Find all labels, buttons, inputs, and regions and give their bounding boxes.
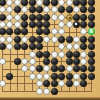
white-stone <box>51 28 58 35</box>
intersection-r12c6[interactable] <box>43 87 50 94</box>
intersection-r6c3[interactable] <box>21 43 28 50</box>
green-move-badge: 8 <box>88 28 95 35</box>
intersection-r12c5[interactable] <box>36 87 43 94</box>
intersection-r11c1[interactable] <box>6 80 13 87</box>
black-stone <box>36 6 43 13</box>
white-stone <box>73 80 80 87</box>
intersection-r12c12[interactable] <box>88 87 95 94</box>
intersection-r7c12[interactable] <box>88 50 95 57</box>
intersection-r4c9[interactable] <box>65 28 72 35</box>
intersection-r8c2[interactable] <box>14 58 21 65</box>
black-stone <box>66 6 73 13</box>
black-stone <box>0 28 6 35</box>
white-stone <box>14 14 21 21</box>
intersection-r12c9[interactable] <box>65 87 72 94</box>
white-stone <box>43 88 50 95</box>
intersection-r8c1[interactable] <box>6 58 13 65</box>
intersection-r10c2[interactable] <box>14 73 21 80</box>
white-stone <box>21 36 28 43</box>
black-stone <box>51 80 58 87</box>
intersection-r2c4[interactable] <box>28 13 35 20</box>
intersection-r2c3[interactable] <box>21 13 28 20</box>
black-stone <box>66 58 73 65</box>
black-stone <box>88 43 95 50</box>
intersection-r3c9[interactable] <box>65 21 72 28</box>
intersection-r3c2[interactable] <box>14 21 21 28</box>
go-board: 8 <box>0 0 100 100</box>
intersection-r11c8[interactable] <box>58 80 65 87</box>
intersection-r7c7[interactable] <box>51 50 58 57</box>
black-stone <box>36 43 43 50</box>
white-stone <box>66 43 73 50</box>
white-stone <box>43 36 50 43</box>
intersection-r9c2[interactable] <box>14 65 21 72</box>
white-stone <box>0 80 6 87</box>
black-stone <box>88 36 95 43</box>
intersection-r12c10[interactable] <box>73 87 80 94</box>
black-stone <box>51 73 58 80</box>
intersection-r1c5[interactable] <box>36 6 43 13</box>
intersection-r5c9[interactable] <box>65 36 72 43</box>
white-stone <box>80 28 87 35</box>
intersection-r0c4[interactable] <box>28 0 35 6</box>
white-stone <box>14 0 21 6</box>
white-stone <box>80 58 87 65</box>
black-stone <box>43 14 50 21</box>
intersection-r12c3[interactable] <box>21 87 28 94</box>
black-stone <box>58 36 65 43</box>
black-stone <box>36 28 43 35</box>
intersection-r8c9[interactable] <box>65 58 72 65</box>
intersection-r6c6[interactable] <box>43 43 50 50</box>
black-stone <box>43 21 50 28</box>
black-stone <box>66 51 73 58</box>
black-stone <box>73 58 80 65</box>
white-stone <box>73 36 80 43</box>
white-stone <box>29 65 36 72</box>
black-stone <box>21 43 28 50</box>
intersection-r5c1[interactable] <box>6 36 13 43</box>
intersection-r5c12[interactable] <box>88 36 95 43</box>
black-stone <box>80 0 87 6</box>
white-stone <box>36 80 43 87</box>
intersection-r12c1[interactable] <box>6 87 13 94</box>
intersection-r2c11[interactable] <box>80 13 87 20</box>
white-stone <box>43 73 50 80</box>
black-stone <box>73 51 80 58</box>
intersection-r11c2[interactable] <box>14 80 21 87</box>
intersection-r9c4[interactable] <box>28 65 35 72</box>
white-stone <box>6 21 13 28</box>
white-stone <box>58 43 65 50</box>
intersection-r1c3[interactable] <box>21 6 28 13</box>
white-stone <box>51 14 58 21</box>
black-stone <box>29 43 36 50</box>
intersection-r3c12[interactable] <box>88 21 95 28</box>
black-stone <box>36 36 43 43</box>
intersection-r10c7[interactable] <box>51 73 58 80</box>
black-stone <box>88 0 95 6</box>
intersection-r5c6[interactable] <box>43 36 50 43</box>
intersection-r3c11[interactable] <box>80 21 87 28</box>
intersection-r1c6[interactable] <box>43 6 50 13</box>
white-stone <box>0 6 6 13</box>
black-stone <box>14 36 21 43</box>
intersection-r10c8[interactable] <box>58 73 65 80</box>
intersection-r9c12[interactable] <box>88 65 95 72</box>
intersection-r2c1[interactable] <box>6 13 13 20</box>
intersection-r1c9[interactable] <box>65 6 72 13</box>
intersection-r5c2[interactable] <box>14 36 21 43</box>
intersection-r6c4[interactable] <box>28 43 35 50</box>
intersection-r2c10[interactable] <box>73 13 80 20</box>
intersection-r7c9[interactable] <box>65 50 72 57</box>
white-stone <box>58 80 65 87</box>
black-stone <box>58 6 65 13</box>
intersection-r6c2[interactable] <box>14 43 21 50</box>
black-stone <box>14 43 21 50</box>
black-stone <box>0 0 6 6</box>
black-stone <box>80 65 87 72</box>
intersection-r10c6[interactable] <box>43 73 50 80</box>
black-stone <box>80 14 87 21</box>
black-stone <box>88 21 95 28</box>
intersection-r2c5[interactable] <box>36 13 43 20</box>
black-stone <box>21 14 28 21</box>
intersection-r0c9[interactable] <box>65 0 72 6</box>
intersection-r10c10[interactable] <box>73 73 80 80</box>
white-stone <box>6 36 13 43</box>
intersection-r10c3[interactable] <box>21 73 28 80</box>
intersection-r1c10[interactable] <box>73 6 80 13</box>
black-stone <box>0 43 6 50</box>
black-stone <box>0 14 6 21</box>
intersection-r5c10[interactable] <box>73 36 80 43</box>
black-stone <box>36 51 43 58</box>
intersection-r1c2[interactable] <box>14 6 21 13</box>
black-stone <box>51 58 58 65</box>
white-stone <box>66 0 73 6</box>
intersection-r7c4[interactable] <box>28 50 35 57</box>
black-stone <box>58 73 65 80</box>
intersection-r11c6[interactable] <box>43 80 50 87</box>
white-stone <box>29 73 36 80</box>
intersection-r5c11[interactable] <box>80 36 87 43</box>
black-stone <box>51 65 58 72</box>
intersection-r4c2[interactable] <box>14 28 21 35</box>
intersection-r4c4[interactable] <box>28 28 35 35</box>
black-stone <box>21 0 28 6</box>
white-stone <box>21 58 28 65</box>
intersection-r10c5[interactable] <box>36 73 43 80</box>
intersection-r4c6[interactable] <box>43 28 50 35</box>
white-stone <box>29 58 36 65</box>
white-stone <box>29 51 36 58</box>
black-stone <box>80 43 87 50</box>
intersection-r1c1[interactable] <box>6 6 13 13</box>
black-stone <box>66 73 73 80</box>
black-stone <box>14 58 21 65</box>
intersection-r10c4[interactable] <box>28 73 35 80</box>
intersection-r6c8[interactable] <box>58 43 65 50</box>
intersection-r2c12[interactable] <box>88 13 95 20</box>
intersection-r7c3[interactable] <box>21 50 28 57</box>
intersection-r4c5[interactable] <box>36 28 43 35</box>
intersection-r6c12[interactable] <box>88 43 95 50</box>
intersection-r9c7[interactable] <box>51 65 58 72</box>
black-stone <box>14 6 21 13</box>
black-stone <box>66 80 73 87</box>
black-stone <box>88 65 95 72</box>
black-stone <box>88 58 95 65</box>
intersection-r1c11[interactable] <box>80 6 87 13</box>
intersection-r2c7[interactable] <box>51 13 58 20</box>
white-stone <box>6 14 13 21</box>
intersection-r8c6[interactable] <box>43 58 50 65</box>
intersection-r1c8[interactable] <box>58 6 65 13</box>
intersection-r4c1[interactable] <box>6 28 13 35</box>
black-stone <box>80 6 87 13</box>
intersection-r1c4[interactable] <box>28 6 35 13</box>
hoshi-point <box>46 46 48 48</box>
intersection-r12c8[interactable] <box>58 87 65 94</box>
white-stone <box>36 0 43 6</box>
intersection-r11c11[interactable] <box>80 80 87 87</box>
white-stone <box>51 36 58 43</box>
black-stone <box>36 21 43 28</box>
intersection-r9c10[interactable] <box>73 65 80 72</box>
intersection-r7c2[interactable] <box>14 50 21 57</box>
white-stone <box>6 6 13 13</box>
intersection-r6c1[interactable] <box>6 43 13 50</box>
board-edge-shadow <box>0 97 100 100</box>
intersection-r8c7[interactable] <box>51 58 58 65</box>
white-stone <box>14 21 21 28</box>
intersection-r7c1[interactable] <box>6 50 13 57</box>
intersection-r8c11[interactable] <box>80 58 87 65</box>
black-stone <box>43 80 50 87</box>
intersection-r4c10[interactable] <box>73 28 80 35</box>
black-stone <box>80 21 87 28</box>
white-stone <box>51 51 58 58</box>
black-stone <box>80 80 87 87</box>
black-stone <box>21 21 28 28</box>
white-stone <box>58 21 65 28</box>
intersection-r7c5[interactable] <box>36 50 43 57</box>
black-stone <box>14 28 21 35</box>
intersection-r3c3[interactable] <box>21 21 28 28</box>
black-stone <box>66 36 73 43</box>
last-move-square-marker <box>75 23 77 25</box>
white-stone <box>58 0 65 6</box>
intersection-r3c1[interactable] <box>6 21 13 28</box>
black-stone <box>43 0 50 6</box>
white-stone <box>6 0 13 6</box>
intersection-r9c9[interactable] <box>65 65 72 72</box>
intersection-r10c11[interactable] <box>80 73 87 80</box>
intersection-r12c11[interactable] <box>80 87 87 94</box>
intersection-r3c6[interactable] <box>43 21 50 28</box>
intersection-r11c4[interactable] <box>28 80 35 87</box>
white-stone <box>66 21 73 28</box>
intersection-r3c10[interactable] <box>73 21 80 28</box>
intersection-r8c12[interactable] <box>88 58 95 65</box>
white-stone <box>21 65 28 72</box>
intersection-r1c7[interactable] <box>51 6 58 13</box>
black-stone <box>73 65 80 72</box>
intersection-r5c4[interactable] <box>28 36 35 43</box>
intersection-r9c6[interactable] <box>43 65 50 72</box>
white-stone <box>0 21 6 28</box>
intersection-r9c8[interactable] <box>58 65 65 72</box>
white-stone <box>73 6 80 13</box>
intersection-r4c3[interactable] <box>21 28 28 35</box>
black-stone <box>88 14 95 21</box>
black-stone <box>29 6 36 13</box>
intersection-r4c12[interactable]: 8 <box>88 28 95 35</box>
intersection-r7c8[interactable] <box>58 50 65 57</box>
white-stone <box>21 6 28 13</box>
intersection-r2c2[interactable] <box>14 13 21 20</box>
intersection-r7c10[interactable] <box>73 50 80 57</box>
intersection-r11c3[interactable] <box>21 80 28 87</box>
intersection-r4c8[interactable] <box>58 28 65 35</box>
white-stone <box>36 88 43 95</box>
intersection-r6c5[interactable] <box>36 43 43 50</box>
black-stone <box>29 36 36 43</box>
black-stone <box>73 14 80 21</box>
intersection-r8c4[interactable] <box>28 58 35 65</box>
black-stone <box>36 65 43 72</box>
intersection-r3c4[interactable] <box>28 21 35 28</box>
black-stone <box>6 73 13 80</box>
black-stone <box>80 73 87 80</box>
white-stone <box>58 28 65 35</box>
intersection-r10c9[interactable] <box>65 73 72 80</box>
intersection-r6c9[interactable] <box>65 43 72 50</box>
intersection-r1c12[interactable] <box>88 6 95 13</box>
white-stone <box>43 65 50 72</box>
white-stone <box>58 51 65 58</box>
white-stone <box>36 73 43 80</box>
black-stone <box>58 65 65 72</box>
white-stone <box>0 58 6 65</box>
black-stone <box>29 0 36 6</box>
intersection-r3c7[interactable] <box>51 21 58 28</box>
black-stone <box>51 0 58 6</box>
intersection-r8c10[interactable] <box>73 58 80 65</box>
intersection-r9c3[interactable] <box>21 65 28 72</box>
black-stone <box>43 51 50 58</box>
intersection-r6c11[interactable] <box>80 43 87 50</box>
black-stone <box>29 14 36 21</box>
intersection-r2c8[interactable] <box>58 13 65 20</box>
intersection-r11c5[interactable] <box>36 80 43 87</box>
black-stone <box>88 51 95 58</box>
black-stone <box>29 21 36 28</box>
black-stone <box>73 0 80 6</box>
intersection-r4c11[interactable] <box>80 28 87 35</box>
black-stone <box>51 88 58 95</box>
intersection-r10c1[interactable] <box>6 73 13 80</box>
intersection-r2c6[interactable] <box>43 13 50 20</box>
black-stone <box>88 73 95 80</box>
black-stone <box>21 28 28 35</box>
white-stone <box>73 73 80 80</box>
intersection-r4c7[interactable] <box>51 28 58 35</box>
intersection-r5c3[interactable] <box>21 36 28 43</box>
intersection-r8c5[interactable] <box>36 58 43 65</box>
black-stone <box>6 28 13 35</box>
intersection-r8c3[interactable] <box>21 58 28 65</box>
intersection-r11c9[interactable] <box>65 80 72 87</box>
intersection-r8c8[interactable] <box>58 58 65 65</box>
white-stone <box>80 51 87 58</box>
intersection-r5c8[interactable] <box>58 36 65 43</box>
intersection-r12c2[interactable] <box>14 87 21 94</box>
intersection-r9c11[interactable] <box>80 65 87 72</box>
intersection-r2c9[interactable] <box>65 13 72 20</box>
white-stone <box>0 36 6 43</box>
intersection-r9c5[interactable] <box>36 65 43 72</box>
intersection-r12c7[interactable] <box>51 87 58 94</box>
white-stone <box>58 14 65 21</box>
intersection-r7c6[interactable] <box>43 50 50 57</box>
white-stone <box>43 6 50 13</box>
intersection-r11c10[interactable] <box>73 80 80 87</box>
black-stone <box>43 28 50 35</box>
intersection-r5c5[interactable] <box>36 36 43 43</box>
white-stone <box>73 43 80 50</box>
intersection-r11c7[interactable] <box>51 80 58 87</box>
intersection-r5c7[interactable] <box>51 36 58 43</box>
intersection-r6c7[interactable] <box>51 43 58 50</box>
black-stone <box>43 58 50 65</box>
intersection-r3c8[interactable] <box>58 21 65 28</box>
black-stone <box>88 6 95 13</box>
intersection-r11c12[interactable] <box>88 80 95 87</box>
intersection-r9c1[interactable] <box>6 65 13 72</box>
white-stone <box>51 6 58 13</box>
intersection-r12c4[interactable] <box>28 87 35 94</box>
black-stone <box>36 14 43 21</box>
go-grid: 8 <box>0 0 95 95</box>
intersection-r6c10[interactable] <box>73 43 80 50</box>
intersection-r10c12[interactable] <box>88 73 95 80</box>
white-stone <box>66 65 73 72</box>
intersection-r7c11[interactable] <box>80 50 87 57</box>
white-stone <box>6 43 13 50</box>
black-stone <box>80 36 87 43</box>
gold-marked-stone <box>66 14 73 21</box>
intersection-r3c5[interactable] <box>36 21 43 28</box>
